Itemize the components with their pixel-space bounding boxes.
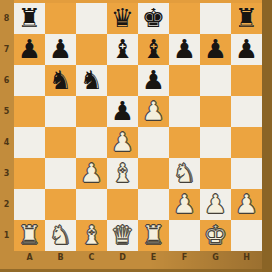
black-pawn-f7[interactable]: ♟	[169, 34, 200, 65]
square-c5[interactable]	[76, 96, 107, 127]
square-e2[interactable]	[138, 189, 169, 220]
square-h8[interactable]: ♜	[231, 3, 262, 34]
white-pawn-h2[interactable]: ♟	[231, 189, 262, 220]
square-a1[interactable]: ♜	[14, 220, 45, 251]
black-rook-h8[interactable]: ♜	[231, 3, 262, 34]
file-label-h: H	[231, 252, 262, 264]
white-pawn-d4[interactable]: ♟	[107, 127, 138, 158]
square-f1[interactable]	[169, 220, 200, 251]
square-f5[interactable]	[169, 96, 200, 127]
square-c6[interactable]: ♞	[76, 65, 107, 96]
rank-label-1: 1	[0, 220, 13, 251]
square-e6[interactable]: ♟	[138, 65, 169, 96]
square-d3[interactable]: ♝	[107, 158, 138, 189]
square-c4[interactable]	[76, 127, 107, 158]
rank-label-7: 7	[0, 34, 13, 65]
square-a6[interactable]	[14, 65, 45, 96]
white-knight-b1[interactable]: ♞	[45, 220, 76, 251]
square-c8[interactable]	[76, 3, 107, 34]
square-h4[interactable]	[231, 127, 262, 158]
square-h1[interactable]	[231, 220, 262, 251]
square-g4[interactable]	[200, 127, 231, 158]
white-queen-d1[interactable]: ♛	[107, 220, 138, 251]
square-f8[interactable]	[169, 3, 200, 34]
square-h6[interactable]	[231, 65, 262, 96]
square-d1[interactable]: ♛	[107, 220, 138, 251]
file-label-d: D	[107, 252, 138, 264]
square-h5[interactable]	[231, 96, 262, 127]
square-g1[interactable]: ♚	[200, 220, 231, 251]
square-a7[interactable]: ♟	[14, 34, 45, 65]
square-d2[interactable]	[107, 189, 138, 220]
black-bishop-d7[interactable]: ♝	[107, 34, 138, 65]
file-label-b: B	[45, 252, 76, 264]
black-knight-b6[interactable]: ♞	[45, 65, 76, 96]
file-label-e: E	[138, 252, 169, 264]
square-a4[interactable]	[14, 127, 45, 158]
rank-label-2: 2	[0, 189, 13, 220]
black-pawn-h7[interactable]: ♟	[231, 34, 262, 65]
square-g7[interactable]: ♟	[200, 34, 231, 65]
square-e3[interactable]	[138, 158, 169, 189]
square-a8[interactable]: ♜	[14, 3, 45, 34]
white-pawn-g2[interactable]: ♟	[200, 189, 231, 220]
file-label-f: F	[169, 252, 200, 264]
square-d6[interactable]	[107, 65, 138, 96]
square-g5[interactable]	[200, 96, 231, 127]
black-rook-a8[interactable]: ♜	[14, 3, 45, 34]
black-queen-d8[interactable]: ♛	[107, 3, 138, 34]
chessboard: ♜♛♚♜♟♟♝♝♟♟♟♞♞♟♟♟♟♟♝♞♟♟♟♜♞♝♛♜♚	[14, 3, 262, 251]
white-bishop-c1[interactable]: ♝	[76, 220, 107, 251]
black-pawn-a7[interactable]: ♟	[14, 34, 45, 65]
black-pawn-g7[interactable]: ♟	[200, 34, 231, 65]
black-pawn-e6[interactable]: ♟	[138, 65, 169, 96]
rank-label-8: 8	[0, 3, 13, 34]
square-b3[interactable]	[45, 158, 76, 189]
white-rook-e1[interactable]: ♜	[138, 220, 169, 251]
square-d5[interactable]: ♟	[107, 96, 138, 127]
square-f7[interactable]: ♟	[169, 34, 200, 65]
square-f6[interactable]	[169, 65, 200, 96]
white-bishop-d3[interactable]: ♝	[107, 158, 138, 189]
rank-label-5: 5	[0, 96, 13, 127]
square-e5[interactable]: ♟	[138, 96, 169, 127]
square-h2[interactable]: ♟	[231, 189, 262, 220]
rank-label-4: 4	[0, 127, 13, 158]
black-king-e8[interactable]: ♚	[138, 3, 169, 34]
square-h7[interactable]: ♟	[231, 34, 262, 65]
square-c3[interactable]: ♟	[76, 158, 107, 189]
square-d8[interactable]: ♛	[107, 3, 138, 34]
square-e1[interactable]: ♜	[138, 220, 169, 251]
square-b7[interactable]: ♟	[45, 34, 76, 65]
square-a2[interactable]	[14, 189, 45, 220]
square-b5[interactable]	[45, 96, 76, 127]
white-rook-a1[interactable]: ♜	[14, 220, 45, 251]
square-h3[interactable]	[231, 158, 262, 189]
square-e7[interactable]: ♝	[138, 34, 169, 65]
black-pawn-b7[interactable]: ♟	[45, 34, 76, 65]
square-c7[interactable]	[76, 34, 107, 65]
square-g6[interactable]	[200, 65, 231, 96]
black-knight-c6[interactable]: ♞	[76, 65, 107, 96]
square-b6[interactable]: ♞	[45, 65, 76, 96]
square-c1[interactable]: ♝	[76, 220, 107, 251]
file-label-c: C	[76, 252, 107, 264]
rank-label-3: 3	[0, 158, 13, 189]
black-bishop-e7[interactable]: ♝	[138, 34, 169, 65]
square-a5[interactable]	[14, 96, 45, 127]
white-knight-f3[interactable]: ♞	[169, 158, 200, 189]
square-b1[interactable]: ♞	[45, 220, 76, 251]
square-a3[interactable]	[14, 158, 45, 189]
square-g2[interactable]: ♟	[200, 189, 231, 220]
square-g3[interactable]	[200, 158, 231, 189]
square-f3[interactable]: ♞	[169, 158, 200, 189]
square-g8[interactable]	[200, 3, 231, 34]
board-right-edge	[262, 0, 272, 272]
file-label-a: A	[14, 252, 45, 264]
file-label-g: G	[200, 252, 231, 264]
square-b4[interactable]	[45, 127, 76, 158]
square-b8[interactable]	[45, 3, 76, 34]
square-c2[interactable]	[76, 189, 107, 220]
black-pawn-d5[interactable]: ♟	[107, 96, 138, 127]
square-e8[interactable]: ♚	[138, 3, 169, 34]
white-king-g1[interactable]: ♚	[200, 220, 231, 251]
square-b2[interactable]	[45, 189, 76, 220]
white-pawn-f2[interactable]: ♟	[169, 189, 200, 220]
square-f2[interactable]: ♟	[169, 189, 200, 220]
chess-board-frame: ♜♛♚♜♟♟♝♝♟♟♟♞♞♟♟♟♟♟♝♞♟♟♟♜♞♝♛♜♚ 87654321 A…	[0, 0, 272, 272]
square-d7[interactable]: ♝	[107, 34, 138, 65]
rank-label-6: 6	[0, 65, 13, 96]
square-d4[interactable]: ♟	[107, 127, 138, 158]
white-pawn-c3[interactable]: ♟	[76, 158, 107, 189]
white-pawn-e5[interactable]: ♟	[138, 96, 169, 127]
square-f4[interactable]	[169, 127, 200, 158]
square-e4[interactable]	[138, 127, 169, 158]
